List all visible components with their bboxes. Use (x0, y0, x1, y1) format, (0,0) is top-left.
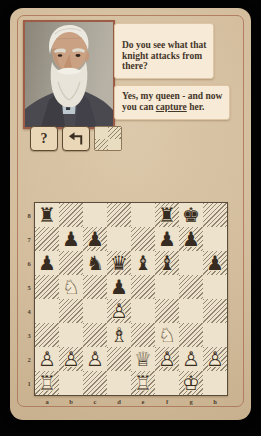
square-c6[interactable]: ♞ (83, 251, 107, 275)
square-d4[interactable]: ♟♙ (107, 299, 131, 323)
piece-glyph-layer: ♝ (155, 251, 179, 275)
rank-label-4: 4 (24, 299, 34, 323)
square-d5[interactable]: ♟ (107, 275, 131, 299)
piece-white-rook[interactable]: ♜♖ (131, 371, 155, 395)
square-d2[interactable] (107, 347, 131, 371)
square-f1[interactable] (155, 371, 179, 395)
file-label-d: d (107, 396, 131, 407)
piece-glyph-layer: ♘ (59, 275, 83, 299)
square-c2[interactable]: ♟♙ (83, 347, 107, 371)
square-b1[interactable] (59, 371, 83, 395)
control-bar: ? (30, 126, 122, 151)
square-f7[interactable]: ♟ (155, 227, 179, 251)
piece-black-pawn[interactable]: ♟ (179, 227, 203, 251)
board-theme-icon[interactable] (94, 126, 122, 151)
piece-glyph-layer: ♗ (107, 323, 131, 347)
piece-black-pawn[interactable]: ♟ (83, 227, 107, 251)
piece-glyph-layer: ♚ (179, 203, 203, 227)
piece-black-king[interactable]: ♚ (179, 203, 203, 227)
piece-white-pawn[interactable]: ♟♙ (203, 347, 227, 371)
lesson-card: Do you see what that knight attacks from… (10, 8, 251, 420)
piece-glyph-layer: ♘ (155, 323, 179, 347)
square-d6[interactable]: ♛ (107, 251, 131, 275)
piece-glyph-layer: ♟ (59, 227, 83, 251)
square-h4[interactable] (203, 299, 227, 323)
square-d8[interactable] (107, 203, 131, 227)
square-g5[interactable] (179, 275, 203, 299)
square-e3[interactable] (131, 323, 155, 347)
square-h3[interactable] (203, 323, 227, 347)
piece-white-pawn[interactable]: ♟♙ (107, 299, 131, 323)
square-e8[interactable] (131, 203, 155, 227)
bubble1-text: Do you see what that knight attacks from… (122, 40, 206, 72)
file-label-b: b (59, 396, 83, 407)
square-c5[interactable] (83, 275, 107, 299)
piece-black-bishop[interactable]: ♝ (131, 251, 155, 275)
app-screen: Do you see what that knight attacks from… (0, 0, 261, 436)
square-g4[interactable] (179, 299, 203, 323)
file-label-g: g (179, 396, 203, 407)
piece-glyph-layer: ♖ (35, 371, 59, 395)
square-a8[interactable]: ♜ (35, 203, 59, 227)
square-f8[interactable]: ♜ (155, 203, 179, 227)
square-g1[interactable]: ♚♔ (179, 371, 203, 395)
square-h1[interactable] (203, 371, 227, 395)
square-e2[interactable]: ♛♕ (131, 347, 155, 371)
piece-black-pawn[interactable]: ♟ (107, 275, 131, 299)
piece-glyph-layer: ♖ (131, 371, 155, 395)
piece-white-pawn[interactable]: ♟♙ (83, 347, 107, 371)
file-labels: abcdefgh (35, 396, 227, 407)
square-f4[interactable] (155, 299, 179, 323)
piece-glyph-layer: ♞ (83, 251, 107, 275)
piece-glyph-layer: ♜ (35, 203, 59, 227)
piece-white-bishop[interactable]: ♝♗ (107, 323, 131, 347)
square-c8[interactable] (83, 203, 107, 227)
undo-button[interactable] (62, 126, 90, 151)
square-a2[interactable]: ♟♙ (35, 347, 59, 371)
piece-black-queen[interactable]: ♛ (107, 251, 131, 275)
piece-glyph-layer: ♟ (203, 251, 227, 275)
square-b8[interactable] (59, 203, 83, 227)
square-g2[interactable]: ♟♙ (179, 347, 203, 371)
square-a7[interactable] (35, 227, 59, 251)
file-label-e: e (131, 396, 155, 407)
piece-black-rook[interactable]: ♜ (35, 203, 59, 227)
piece-glyph-layer: ♝ (131, 251, 155, 275)
square-c7[interactable]: ♟ (83, 227, 107, 251)
square-b4[interactable] (59, 299, 83, 323)
piece-white-king[interactable]: ♚♔ (179, 371, 203, 395)
bubble2-text-after: her. (187, 102, 205, 112)
piece-glyph-layer: ♙ (107, 299, 131, 323)
square-h7[interactable] (203, 227, 227, 251)
piece-black-bishop[interactable]: ♝ (155, 251, 179, 275)
piece-black-pawn[interactable]: ♟ (59, 227, 83, 251)
piece-black-pawn[interactable]: ♟ (203, 251, 227, 275)
chessboard[interactable]: ♜♜♚♟♟♟♟♟♞♛♝♝♟♞♘♟♟♙♝♗♞♘♟♙♟♙♟♙♛♕♟♙♟♙♟♙♜♖♜♖… (34, 202, 228, 396)
square-a4[interactable] (35, 299, 59, 323)
file-label-c: c (83, 396, 107, 407)
square-b7[interactable]: ♟ (59, 227, 83, 251)
piece-white-knight[interactable]: ♞♘ (155, 323, 179, 347)
square-h6[interactable]: ♟ (203, 251, 227, 275)
piece-white-rook[interactable]: ♜♖ (35, 371, 59, 395)
square-h2[interactable]: ♟♙ (203, 347, 227, 371)
piece-black-rook[interactable]: ♜ (155, 203, 179, 227)
square-b3[interactable] (59, 323, 83, 347)
square-g7[interactable]: ♟ (179, 227, 203, 251)
piece-glyph-layer: ♙ (35, 347, 59, 371)
file-label-a: a (35, 396, 59, 407)
piece-white-queen[interactable]: ♛♕ (131, 347, 155, 371)
square-c4[interactable] (83, 299, 107, 323)
piece-glyph-layer: ♟ (35, 251, 59, 275)
piece-glyph-layer: ♙ (179, 347, 203, 371)
piece-glyph-layer: ♜ (155, 203, 179, 227)
undo-arrow-icon (67, 130, 85, 147)
piece-glyph-layer: ♕ (131, 347, 155, 371)
square-e7[interactable] (131, 227, 155, 251)
piece-glyph-layer: ♙ (83, 347, 107, 371)
piece-black-pawn[interactable]: ♟ (155, 227, 179, 251)
dialogue-area: Do you see what that knight attacks from… (114, 23, 248, 126)
piece-black-knight[interactable]: ♞ (83, 251, 107, 275)
file-label-h: h (203, 396, 227, 407)
rank-label-6: 6 (24, 251, 34, 275)
tutor-portrait-illustration (25, 22, 113, 127)
square-e1[interactable]: ♜♖ (131, 371, 155, 395)
square-b5[interactable]: ♞♘ (59, 275, 83, 299)
tutor-avatar (23, 20, 115, 129)
square-h5[interactable] (203, 275, 227, 299)
piece-white-pawn[interactable]: ♟♙ (155, 347, 179, 371)
square-a6[interactable]: ♟ (35, 251, 59, 275)
piece-glyph-layer: ♟ (155, 227, 179, 251)
piece-glyph-layer: ♟ (107, 275, 131, 299)
square-f5[interactable] (155, 275, 179, 299)
rank-label-8: 8 (24, 203, 34, 227)
theme-quadrant (108, 127, 121, 139)
rank-label-5: 5 (24, 275, 34, 299)
speech-bubble-1: Do you see what that knight attacks from… (114, 23, 214, 79)
piece-white-knight[interactable]: ♞♘ (59, 275, 83, 299)
square-b2[interactable]: ♟♙ (59, 347, 83, 371)
capture-term-link[interactable]: capture (156, 102, 187, 112)
square-e5[interactable] (131, 275, 155, 299)
question-mark-icon: ? (41, 131, 48, 147)
square-d3[interactable]: ♝♗ (107, 323, 131, 347)
rank-label-7: 7 (24, 227, 34, 251)
square-a3[interactable] (35, 323, 59, 347)
square-f3[interactable]: ♞♘ (155, 323, 179, 347)
square-c3[interactable] (83, 323, 107, 347)
square-g6[interactable] (179, 251, 203, 275)
rank-labels: 87654321 (24, 203, 34, 395)
piece-glyph-layer: ♛ (107, 251, 131, 275)
square-d1[interactable] (107, 371, 131, 395)
square-c1[interactable] (83, 371, 107, 395)
piece-glyph-layer: ♟ (83, 227, 107, 251)
square-a1[interactable]: ♜♖ (35, 371, 59, 395)
help-button[interactable]: ? (30, 126, 58, 151)
rank-label-2: 2 (24, 347, 34, 371)
file-label-f: f (155, 396, 179, 407)
square-e6[interactable]: ♝ (131, 251, 155, 275)
piece-glyph-layer: ♙ (203, 347, 227, 371)
rank-label-1: 1 (24, 371, 34, 395)
chessboard-area: 87654321 ♜♜♚♟♟♟♟♟♞♛♝♝♟♞♘♟♟♙♝♗♞♘♟♙♟♙♟♙♛♕♟… (24, 202, 228, 407)
square-a5[interactable] (35, 275, 59, 299)
square-e4[interactable] (131, 299, 155, 323)
square-h8[interactable] (203, 203, 227, 227)
speech-bubble-2: Yes, my queen - and now you can capture … (114, 85, 230, 120)
square-g3[interactable] (179, 323, 203, 347)
piece-white-pawn[interactable]: ♟♙ (179, 347, 203, 371)
square-b6[interactable] (59, 251, 83, 275)
piece-white-pawn[interactable]: ♟♙ (59, 347, 83, 371)
theme-quadrant (108, 139, 121, 151)
piece-white-pawn[interactable]: ♟♙ (35, 347, 59, 371)
piece-black-pawn[interactable]: ♟ (35, 251, 59, 275)
square-g8[interactable]: ♚ (179, 203, 203, 227)
theme-quadrant (95, 127, 108, 139)
piece-glyph-layer: ♙ (59, 347, 83, 371)
piece-glyph-layer: ♟ (179, 227, 203, 251)
theme-quadrant (95, 139, 108, 151)
piece-glyph-layer: ♙ (155, 347, 179, 371)
square-d7[interactable] (107, 227, 131, 251)
square-f2[interactable]: ♟♙ (155, 347, 179, 371)
rank-label-3: 3 (24, 323, 34, 347)
piece-glyph-layer: ♔ (179, 371, 203, 395)
square-f6[interactable]: ♝ (155, 251, 179, 275)
